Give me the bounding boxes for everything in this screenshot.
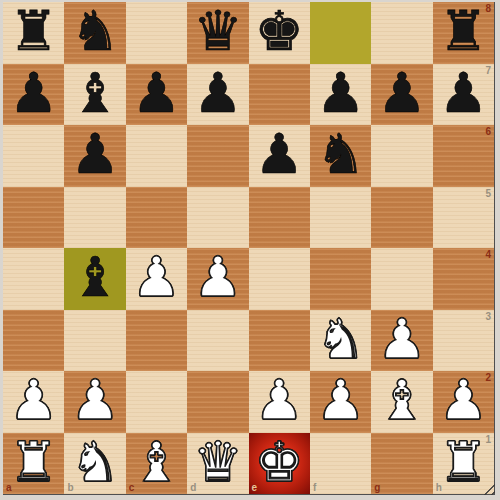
square-g1[interactable]: g	[371, 433, 432, 495]
square-d1[interactable]: ♛d	[187, 433, 248, 495]
square-h7[interactable]: ♟7	[433, 64, 494, 126]
coord-rank-6: 6	[485, 126, 491, 137]
square-h4[interactable]: 4	[433, 248, 494, 310]
square-d5[interactable]	[187, 187, 248, 249]
piece-black-pawn[interactable]: ♟	[377, 66, 426, 121]
square-c6[interactable]	[126, 125, 187, 187]
square-f8[interactable]	[310, 2, 371, 64]
square-c3[interactable]	[126, 310, 187, 372]
square-g3[interactable]: ♟	[371, 310, 432, 372]
piece-white-pawn[interactable]: ♟	[255, 373, 304, 428]
square-h8[interactable]: ♜8	[433, 2, 494, 64]
square-e2[interactable]: ♟	[249, 371, 310, 433]
square-c7[interactable]: ♟	[126, 64, 187, 126]
square-d2[interactable]	[187, 371, 248, 433]
square-f2[interactable]: ♟	[310, 371, 371, 433]
piece-white-pawn[interactable]: ♟	[9, 373, 58, 428]
piece-white-pawn[interactable]: ♟	[70, 373, 119, 428]
square-f1[interactable]: f	[310, 433, 371, 495]
square-h2[interactable]: ♟2	[433, 371, 494, 433]
square-e6[interactable]: ♟	[249, 125, 310, 187]
square-g4[interactable]	[371, 248, 432, 310]
coord-file-g: g	[374, 482, 380, 493]
square-b2[interactable]: ♟	[64, 371, 125, 433]
square-h6[interactable]: 6	[433, 125, 494, 187]
piece-black-king[interactable]: ♚	[255, 4, 304, 59]
piece-black-pawn[interactable]: ♟	[193, 66, 242, 121]
square-b6[interactable]: ♟	[64, 125, 125, 187]
square-e4[interactable]	[249, 248, 310, 310]
square-g6[interactable]	[371, 125, 432, 187]
piece-black-pawn[interactable]: ♟	[132, 66, 181, 121]
square-a2[interactable]: ♟	[3, 371, 64, 433]
piece-white-pawn[interactable]: ♟	[377, 312, 426, 367]
square-e5[interactable]	[249, 187, 310, 249]
square-f7[interactable]: ♟	[310, 64, 371, 126]
piece-black-knight[interactable]: ♞	[70, 4, 119, 59]
piece-black-queen[interactable]: ♛	[193, 4, 242, 59]
coord-rank-5: 5	[485, 188, 491, 199]
square-b3[interactable]	[64, 310, 125, 372]
square-c2[interactable]	[126, 371, 187, 433]
square-f3[interactable]: ♞	[310, 310, 371, 372]
square-h5[interactable]: 5	[433, 187, 494, 249]
square-a4[interactable]	[3, 248, 64, 310]
square-g8[interactable]	[371, 2, 432, 64]
square-d3[interactable]	[187, 310, 248, 372]
square-b7[interactable]: ♝	[64, 64, 125, 126]
square-g7[interactable]: ♟	[371, 64, 432, 126]
window-frame: ♜♞♛♚♜8♟♝♟♟♟♟♟7♟♟♞65♝♟♟4♞♟3♟♟♟♟♝♟2♜a♞b♝c♛…	[0, 0, 500, 500]
piece-white-pawn[interactable]: ♟	[316, 373, 365, 428]
square-a6[interactable]	[3, 125, 64, 187]
piece-black-knight[interactable]: ♞	[316, 127, 365, 182]
square-f5[interactable]	[310, 187, 371, 249]
square-b1[interactable]: ♞b	[64, 433, 125, 495]
square-d6[interactable]	[187, 125, 248, 187]
square-a7[interactable]: ♟	[3, 64, 64, 126]
square-e8[interactable]: ♚	[249, 2, 310, 64]
piece-white-pawn[interactable]: ♟	[193, 250, 242, 305]
square-a8[interactable]: ♜	[3, 2, 64, 64]
square-d8[interactable]: ♛	[187, 2, 248, 64]
piece-black-bishop[interactable]: ♝	[70, 66, 119, 121]
square-d4[interactable]: ♟	[187, 248, 248, 310]
piece-white-queen[interactable]: ♛	[193, 435, 242, 490]
piece-black-pawn[interactable]: ♟	[255, 127, 304, 182]
piece-white-bishop[interactable]: ♝	[377, 373, 426, 428]
square-a1[interactable]: ♜a	[3, 433, 64, 495]
square-e7[interactable]	[249, 64, 310, 126]
piece-white-bishop[interactable]: ♝	[132, 435, 181, 490]
square-a5[interactable]	[3, 187, 64, 249]
square-h1[interactable]: ♜1h	[433, 433, 494, 495]
square-e3[interactable]	[249, 310, 310, 372]
square-e1[interactable]: ♚e	[249, 433, 310, 495]
square-b5[interactable]	[64, 187, 125, 249]
piece-white-knight[interactable]: ♞	[70, 435, 119, 490]
square-g2[interactable]: ♝	[371, 371, 432, 433]
square-d7[interactable]: ♟	[187, 64, 248, 126]
piece-black-pawn[interactable]: ♟	[439, 66, 488, 121]
square-c4[interactable]: ♟	[126, 248, 187, 310]
square-b4[interactable]: ♝	[64, 248, 125, 310]
piece-white-pawn[interactable]: ♟	[439, 373, 488, 428]
piece-white-pawn[interactable]: ♟	[132, 250, 181, 305]
square-f4[interactable]	[310, 248, 371, 310]
square-c8[interactable]	[126, 2, 187, 64]
piece-white-knight[interactable]: ♞	[316, 312, 365, 367]
coord-file-f: f	[313, 482, 316, 493]
piece-white-rook[interactable]: ♜	[9, 435, 58, 490]
coord-rank-4: 4	[485, 249, 491, 260]
piece-white-king[interactable]: ♚	[255, 435, 304, 490]
square-h3[interactable]: 3	[433, 310, 494, 372]
piece-black-pawn[interactable]: ♟	[316, 66, 365, 121]
piece-white-rook[interactable]: ♜	[439, 435, 488, 490]
piece-black-rook[interactable]: ♜	[9, 4, 58, 59]
chess-board: ♜♞♛♚♜8♟♝♟♟♟♟♟7♟♟♞65♝♟♟4♞♟3♟♟♟♟♝♟2♜a♞b♝c♛…	[3, 2, 495, 495]
square-c5[interactable]	[126, 187, 187, 249]
piece-black-pawn[interactable]: ♟	[70, 127, 119, 182]
square-b8[interactable]: ♞	[64, 2, 125, 64]
piece-black-pawn[interactable]: ♟	[9, 66, 58, 121]
square-a3[interactable]	[3, 310, 64, 372]
coord-rank-3: 3	[485, 311, 491, 322]
square-f6[interactable]: ♞	[310, 125, 371, 187]
square-g5[interactable]	[371, 187, 432, 249]
piece-black-bishop[interactable]: ♝	[70, 250, 119, 305]
piece-black-rook[interactable]: ♜	[439, 4, 488, 59]
square-c1[interactable]: ♝c	[126, 433, 187, 495]
